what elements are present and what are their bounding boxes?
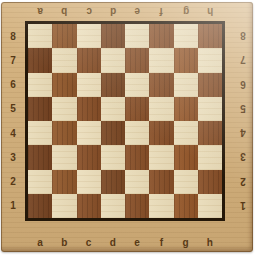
square-c6[interactable] xyxy=(77,73,101,97)
rank-label-right-3: 3 xyxy=(225,145,253,169)
square-e5[interactable] xyxy=(125,97,149,121)
square-b3[interactable] xyxy=(52,145,76,169)
file-label-bottom-h: h xyxy=(198,221,222,252)
square-a1[interactable] xyxy=(28,194,52,218)
square-f6[interactable] xyxy=(149,73,173,97)
file-label-bottom-a: a xyxy=(28,221,52,252)
file-label-top-e: e xyxy=(125,2,149,21)
file-label-bottom-b: b xyxy=(52,221,76,252)
square-e1[interactable] xyxy=(125,194,149,218)
square-g6[interactable] xyxy=(174,73,198,97)
rank-label-left-4: 4 xyxy=(1,121,25,145)
rank-label-right-6: 6 xyxy=(225,73,253,97)
square-e4[interactable] xyxy=(125,121,149,145)
square-c3[interactable] xyxy=(77,145,101,169)
square-b4[interactable] xyxy=(52,121,76,145)
square-f7[interactable] xyxy=(149,48,173,72)
square-g1[interactable] xyxy=(174,194,198,218)
file-label-bottom-c: c xyxy=(77,221,101,252)
square-c4[interactable] xyxy=(77,121,101,145)
board-grid xyxy=(28,24,222,218)
square-b1[interactable] xyxy=(52,194,76,218)
playing-field xyxy=(25,21,225,221)
square-h3[interactable] xyxy=(198,145,222,169)
square-a5[interactable] xyxy=(28,97,52,121)
square-b5[interactable] xyxy=(52,97,76,121)
square-d4[interactable] xyxy=(101,121,125,145)
rank-label-left-1: 1 xyxy=(1,194,25,218)
chess-board-photo: abcdefgh abcdefgh 87654321 87654321 xyxy=(0,0,256,256)
rank-label-left-2: 2 xyxy=(1,170,25,194)
rank-label-left-6: 6 xyxy=(1,73,25,97)
file-label-bottom-d: d xyxy=(101,221,125,252)
square-c5[interactable] xyxy=(77,97,101,121)
rank-label-left-8: 8 xyxy=(1,24,25,48)
square-h7[interactable] xyxy=(198,48,222,72)
square-g5[interactable] xyxy=(174,97,198,121)
file-labels-bottom: abcdefgh xyxy=(28,221,222,252)
square-e3[interactable] xyxy=(125,145,149,169)
rank-labels-right: 87654321 xyxy=(225,24,253,218)
square-c1[interactable] xyxy=(77,194,101,218)
square-b2[interactable] xyxy=(52,170,76,194)
square-d8[interactable] xyxy=(101,24,125,48)
square-d1[interactable] xyxy=(101,194,125,218)
square-d7[interactable] xyxy=(101,48,125,72)
square-d3[interactable] xyxy=(101,145,125,169)
square-d2[interactable] xyxy=(101,170,125,194)
file-label-top-h: h xyxy=(198,2,222,21)
rank-label-right-7: 7 xyxy=(225,48,253,72)
square-e6[interactable] xyxy=(125,73,149,97)
square-c8[interactable] xyxy=(77,24,101,48)
square-g2[interactable] xyxy=(174,170,198,194)
rank-label-right-1: 1 xyxy=(225,194,253,218)
rank-label-right-5: 5 xyxy=(225,97,253,121)
square-a7[interactable] xyxy=(28,48,52,72)
square-f5[interactable] xyxy=(149,97,173,121)
square-h5[interactable] xyxy=(198,97,222,121)
square-h1[interactable] xyxy=(198,194,222,218)
rank-label-right-4: 4 xyxy=(225,121,253,145)
square-f4[interactable] xyxy=(149,121,173,145)
rank-label-right-2: 2 xyxy=(225,170,253,194)
square-g8[interactable] xyxy=(174,24,198,48)
square-a6[interactable] xyxy=(28,73,52,97)
square-h6[interactable] xyxy=(198,73,222,97)
square-g7[interactable] xyxy=(174,48,198,72)
file-label-bottom-f: f xyxy=(149,221,173,252)
square-a8[interactable] xyxy=(28,24,52,48)
file-label-top-a: a xyxy=(28,2,52,21)
square-e8[interactable] xyxy=(125,24,149,48)
square-b6[interactable] xyxy=(52,73,76,97)
square-g4[interactable] xyxy=(174,121,198,145)
file-label-top-b: b xyxy=(52,2,76,21)
square-a3[interactable] xyxy=(28,145,52,169)
file-label-top-f: f xyxy=(149,2,173,21)
rank-labels-left: 87654321 xyxy=(1,24,25,218)
file-label-top-c: c xyxy=(77,2,101,21)
square-f3[interactable] xyxy=(149,145,173,169)
file-label-top-g: g xyxy=(174,2,198,21)
file-label-top-d: d xyxy=(101,2,125,21)
square-c7[interactable] xyxy=(77,48,101,72)
square-b8[interactable] xyxy=(52,24,76,48)
square-d6[interactable] xyxy=(101,73,125,97)
rank-label-right-8: 8 xyxy=(225,24,253,48)
file-labels-top: abcdefgh xyxy=(28,2,222,21)
square-c2[interactable] xyxy=(77,170,101,194)
square-e2[interactable] xyxy=(125,170,149,194)
square-f8[interactable] xyxy=(149,24,173,48)
square-f1[interactable] xyxy=(149,194,173,218)
file-label-bottom-e: e xyxy=(125,221,149,252)
board-frame: abcdefgh abcdefgh 87654321 87654321 xyxy=(1,2,253,252)
square-b7[interactable] xyxy=(52,48,76,72)
square-a4[interactable] xyxy=(28,121,52,145)
square-h4[interactable] xyxy=(198,121,222,145)
square-h2[interactable] xyxy=(198,170,222,194)
file-label-bottom-g: g xyxy=(174,221,198,252)
square-a2[interactable] xyxy=(28,170,52,194)
square-d5[interactable] xyxy=(101,97,125,121)
square-f2[interactable] xyxy=(149,170,173,194)
rank-label-left-7: 7 xyxy=(1,48,25,72)
square-h8[interactable] xyxy=(198,24,222,48)
square-g3[interactable] xyxy=(174,145,198,169)
rank-label-left-5: 5 xyxy=(1,97,25,121)
rank-label-left-3: 3 xyxy=(1,145,25,169)
square-e7[interactable] xyxy=(125,48,149,72)
